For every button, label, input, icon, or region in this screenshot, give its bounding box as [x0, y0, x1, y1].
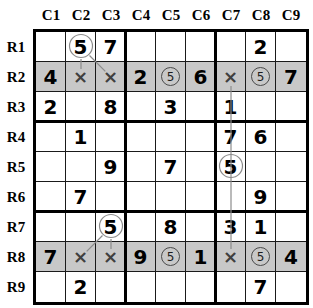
given-digit: 9 — [104, 157, 118, 177]
cell-R2C3[interactable]: × — [96, 62, 126, 92]
cell-R6C2[interactable]: 7 — [66, 182, 96, 212]
given-digit: 4 — [44, 67, 58, 87]
row-header-R5: R5 — [1, 152, 31, 182]
given-digit: 7 — [284, 67, 298, 87]
circled-given-digit: 5 — [74, 37, 88, 57]
given-digit: 9 — [134, 247, 148, 267]
cell-R7C6[interactable] — [186, 212, 216, 242]
cell-R7C9[interactable] — [276, 212, 306, 242]
cell-R7C8[interactable]: 1 — [246, 212, 276, 242]
cell-R4C2[interactable]: 1 — [66, 122, 96, 152]
given-digit: 2 — [134, 67, 148, 87]
cell-R9C7[interactable] — [216, 272, 246, 302]
row-header-R1: R1 — [1, 32, 31, 62]
cell-R9C8[interactable]: 7 — [246, 272, 276, 302]
cell-R9C1[interactable] — [36, 272, 66, 302]
thick-grid-line — [214, 32, 217, 302]
row-header-R6: R6 — [1, 182, 31, 212]
cell-R5C1[interactable] — [36, 152, 66, 182]
cell-R3C9[interactable] — [276, 92, 306, 122]
cell-R3C7[interactable]: 1 — [216, 92, 246, 122]
cell-R5C8[interactable] — [246, 152, 276, 182]
cell-R1C9[interactable] — [276, 32, 306, 62]
cell-R4C6[interactable] — [186, 122, 216, 152]
cell-R1C8[interactable]: 2 — [246, 32, 276, 62]
cell-R1C2[interactable]: 5 — [66, 32, 96, 62]
cell-R3C3[interactable]: 8 — [96, 92, 126, 122]
cell-R5C3[interactable]: 9 — [96, 152, 126, 182]
cell-R8C1[interactable]: 7 — [36, 242, 66, 272]
cell-R8C4[interactable]: 9 — [126, 242, 156, 272]
cell-R2C2[interactable]: × — [66, 62, 96, 92]
cell-R3C2[interactable] — [66, 92, 96, 122]
cell-R3C6[interactable] — [186, 92, 216, 122]
col-header-C4: C4 — [126, 3, 156, 27]
cell-R4C8[interactable]: 6 — [246, 122, 276, 152]
given-digit: 2 — [74, 277, 88, 297]
elimination-x-mark: × — [223, 248, 238, 266]
cell-R5C6[interactable] — [186, 152, 216, 182]
cell-R4C1[interactable] — [36, 122, 66, 152]
cell-R8C3[interactable]: × — [96, 242, 126, 272]
cell-R9C4[interactable] — [126, 272, 156, 302]
cell-R1C5[interactable] — [156, 32, 186, 62]
elimination-x-mark: × — [103, 248, 118, 266]
given-digit: 8 — [104, 97, 118, 117]
row-header-R2: R2 — [1, 62, 31, 92]
given-digit: 3 — [224, 217, 238, 237]
cell-R6C5[interactable] — [156, 182, 186, 212]
cell-R4C9[interactable] — [276, 122, 306, 152]
cell-R3C1[interactable]: 2 — [36, 92, 66, 122]
cell-R8C9[interactable]: 4 — [276, 242, 306, 272]
row-header-R3: R3 — [1, 92, 31, 122]
cell-R7C4[interactable] — [126, 212, 156, 242]
cell-R2C1[interactable]: 4 — [36, 62, 66, 92]
col-header-C7: C7 — [216, 3, 246, 27]
col-header-C2: C2 — [66, 3, 96, 27]
small-circled-digit: 5 — [161, 67, 180, 86]
cell-R9C9[interactable] — [276, 272, 306, 302]
cell-R6C8[interactable]: 9 — [246, 182, 276, 212]
cell-R6C9[interactable] — [276, 182, 306, 212]
given-digit: 2 — [254, 37, 268, 57]
cell-R9C5[interactable] — [156, 272, 186, 302]
cell-R6C3[interactable] — [96, 182, 126, 212]
cell-R1C7[interactable] — [216, 32, 246, 62]
circled-given-digit: 5 — [224, 157, 238, 177]
given-digit: 9 — [254, 187, 268, 207]
elimination-x-mark: × — [73, 248, 88, 266]
sudoku-board: 5724××256×5728311769757958317××951×5427 — [33, 29, 309, 305]
cell-R8C8[interactable]: 5 — [246, 242, 276, 272]
cell-R5C2[interactable] — [66, 152, 96, 182]
col-header-C5: C5 — [156, 3, 186, 27]
given-digit: 7 — [224, 127, 238, 147]
cell-R2C4[interactable]: 2 — [126, 62, 156, 92]
cell-R6C6[interactable] — [186, 182, 216, 212]
cell-R8C5[interactable]: 5 — [156, 242, 186, 272]
col-header-C3: C3 — [96, 3, 126, 27]
cell-R1C1[interactable] — [36, 32, 66, 62]
given-digit: 1 — [74, 127, 88, 147]
row-header-R4: R4 — [1, 122, 31, 152]
cell-R1C6[interactable] — [186, 32, 216, 62]
cell-R5C4[interactable] — [126, 152, 156, 182]
given-digit: 1 — [224, 97, 238, 117]
thick-grid-line — [36, 120, 306, 123]
sudoku-diagram: C1C2C3C4C5C6C7C8C9 R1R2R3R4R5R6R7R8R9 57… — [0, 0, 313, 308]
given-digit: 7 — [104, 37, 118, 57]
col-header-C6: C6 — [186, 3, 216, 27]
circled-given-digit: 5 — [104, 217, 118, 237]
cell-R7C5[interactable]: 8 — [156, 212, 186, 242]
cell-R4C3[interactable] — [96, 122, 126, 152]
given-digit: 2 — [44, 97, 58, 117]
cell-R4C7[interactable]: 7 — [216, 122, 246, 152]
cell-R2C6[interactable]: 6 — [186, 62, 216, 92]
given-digit: 1 — [194, 247, 208, 267]
cell-R2C8[interactable]: 5 — [246, 62, 276, 92]
cell-R7C3[interactable]: 5 — [96, 212, 126, 242]
cell-R6C1[interactable] — [36, 182, 66, 212]
cell-R1C4[interactable] — [126, 32, 156, 62]
cell-R7C1[interactable] — [36, 212, 66, 242]
cell-R9C6[interactable] — [186, 272, 216, 302]
cell-R8C7[interactable]: × — [216, 242, 246, 272]
cell-R7C2[interactable] — [66, 212, 96, 242]
elimination-x-mark: × — [103, 68, 118, 86]
given-digit: 1 — [254, 217, 268, 237]
small-circled-digit: 5 — [161, 247, 180, 266]
cell-R1C3[interactable]: 7 — [96, 32, 126, 62]
cell-R2C9[interactable]: 7 — [276, 62, 306, 92]
given-digit: 7 — [164, 157, 178, 177]
cell-R5C5[interactable]: 7 — [156, 152, 186, 182]
given-digit: 8 — [164, 217, 178, 237]
cell-R8C2[interactable]: × — [66, 242, 96, 272]
cell-R4C5[interactable] — [156, 122, 186, 152]
cell-R5C9[interactable] — [276, 152, 306, 182]
cell-R7C7[interactable]: 3 — [216, 212, 246, 242]
row-header-R8: R8 — [1, 242, 31, 272]
col-header-C1: C1 — [36, 3, 66, 27]
row-header-R9: R9 — [1, 272, 31, 302]
cell-R2C7[interactable]: × — [216, 62, 246, 92]
given-digit: 6 — [194, 67, 208, 87]
cell-R6C7[interactable] — [216, 182, 246, 212]
thick-grid-line — [36, 210, 306, 213]
col-header-C8: C8 — [246, 3, 276, 27]
cell-R9C3[interactable] — [96, 272, 126, 302]
cell-R4C4[interactable] — [126, 122, 156, 152]
cell-R6C4[interactable] — [126, 182, 156, 212]
cell-R9C2[interactable]: 2 — [66, 272, 96, 302]
given-digit: 6 — [254, 127, 268, 147]
elimination-x-mark: × — [73, 68, 88, 86]
cell-R3C8[interactable] — [246, 92, 276, 122]
thick-grid-line — [124, 32, 127, 302]
row-header-R7: R7 — [1, 212, 31, 242]
elimination-x-mark: × — [223, 68, 238, 86]
cell-R5C7[interactable]: 5 — [216, 152, 246, 182]
given-digit: 7 — [254, 277, 268, 297]
cell-R2C5[interactable]: 5 — [156, 62, 186, 92]
small-circled-digit: 5 — [251, 247, 270, 266]
given-digit: 7 — [44, 247, 58, 267]
given-digit: 4 — [284, 247, 298, 267]
small-circled-digit: 5 — [251, 67, 270, 86]
cell-R3C5[interactable]: 3 — [156, 92, 186, 122]
given-digit: 7 — [74, 187, 88, 207]
given-digit: 3 — [164, 97, 178, 117]
cell-R8C6[interactable]: 1 — [186, 242, 216, 272]
col-header-C9: C9 — [276, 3, 306, 27]
cell-R3C4[interactable] — [126, 92, 156, 122]
